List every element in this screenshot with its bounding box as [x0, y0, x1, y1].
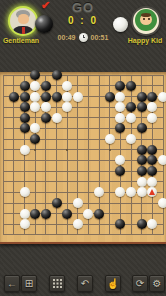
refresh-icon: ⟳ [136, 279, 144, 289]
go-app-screen: GO 0 : 0 00:49 00:51 ✔ Gentleman Happy K… [0, 0, 166, 296]
back-button[interactable]: ← [4, 275, 20, 292]
gear-icon: ⚙ [153, 279, 162, 289]
undo-button[interactable]: ↶ [77, 275, 93, 292]
settings-button[interactable]: ⚙ [149, 275, 165, 292]
hint-button[interactable]: ☝ [105, 275, 121, 292]
board-button[interactable]: ⊞ [21, 275, 37, 292]
moves-button[interactable] [49, 275, 65, 292]
bottom-toolbar: ←⊞↶☝⟳⚙ [0, 0, 166, 296]
dots-grid-icon [53, 279, 55, 281]
grid-icon: ⊞ [25, 279, 33, 289]
undo-arrow-icon: ↶ [81, 279, 89, 289]
hand-icon: ☝ [107, 279, 119, 289]
back-arrow-icon: ← [7, 279, 17, 289]
restart-button[interactable]: ⟳ [132, 275, 148, 292]
